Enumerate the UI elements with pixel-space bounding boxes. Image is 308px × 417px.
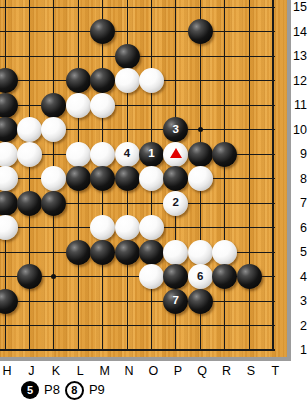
stone-black-o9: 1 (139, 142, 164, 167)
row-label-15: 15 (292, 0, 307, 15)
star-point-q10 (198, 127, 203, 132)
stone-white-p9 (163, 142, 188, 167)
column-label-l: L (72, 364, 88, 378)
grid-line-row-1 (0, 349, 275, 351)
stone-black-h12 (0, 68, 18, 93)
caption-coord: P9 (89, 381, 105, 399)
row-label-10: 10 (292, 122, 307, 138)
row-label-11: 11 (292, 97, 307, 113)
stone-black-l12 (66, 68, 91, 93)
row-label-1: 1 (292, 342, 307, 358)
stone-white-o12 (139, 68, 164, 93)
column-label-m: M (97, 364, 113, 378)
caption-black-stone-icon: 5 (21, 381, 39, 399)
stone-white-r5 (212, 240, 237, 265)
go-board[interactable]: 341267 (0, 0, 291, 361)
row-label-4: 4 (292, 269, 307, 285)
stone-black-n8 (115, 166, 140, 191)
stone-white-m11 (90, 93, 115, 118)
move-number: 6 (197, 270, 203, 282)
grid-line-col-s (249, 0, 250, 351)
grid-line-row-15 (0, 7, 275, 8)
stone-white-m6 (90, 215, 115, 240)
stone-white-l9 (66, 142, 91, 167)
stone-black-n5 (115, 240, 140, 265)
row-label-7: 7 (292, 195, 307, 211)
row-label-8: 8 (292, 171, 307, 187)
stone-white-q5 (188, 240, 213, 265)
row-label-13: 13 (292, 48, 307, 64)
column-label-p: P (170, 364, 186, 378)
stone-black-p10: 3 (163, 117, 188, 142)
star-point-k4 (51, 274, 56, 279)
move-number: 1 (148, 148, 154, 160)
stone-black-l5 (66, 240, 91, 265)
grid-line-row-2 (0, 325, 275, 326)
stone-white-o6 (139, 215, 164, 240)
stone-black-n13 (115, 44, 140, 69)
stone-white-h8 (0, 166, 18, 191)
stone-black-j4 (17, 264, 42, 289)
row-label-9: 9 (292, 146, 307, 162)
stone-white-n6 (115, 215, 140, 240)
stone-black-h3 (0, 289, 18, 314)
grid-line-col-j (29, 0, 30, 351)
stone-white-o4 (139, 264, 164, 289)
grid-line-row-3 (0, 301, 275, 302)
stone-black-h10 (0, 117, 18, 142)
stone-white-p7: 2 (163, 191, 188, 216)
stone-black-m12 (90, 68, 115, 93)
stone-white-o8 (139, 166, 164, 191)
caption-move-number: 8 (71, 385, 77, 396)
stone-black-h7 (0, 191, 18, 216)
row-label-2: 2 (292, 318, 307, 334)
caption-white-stone-icon: 8 (65, 381, 84, 400)
triangle-marker-icon (170, 148, 182, 158)
column-label-k: K (48, 364, 64, 378)
stone-white-p5 (163, 240, 188, 265)
stone-black-m14 (90, 19, 115, 44)
stone-black-r4 (212, 264, 237, 289)
grid-line-row-14 (0, 31, 275, 32)
grid-line-col-r (224, 0, 225, 351)
row-label-3: 3 (292, 293, 307, 309)
caption-move-number: 5 (27, 385, 33, 396)
stone-black-l8 (66, 166, 91, 191)
stone-white-k10 (41, 117, 66, 142)
stone-white-n9: 4 (115, 142, 140, 167)
column-label-j: J (23, 364, 39, 378)
move-number: 4 (124, 148, 130, 160)
stone-black-q14 (188, 19, 213, 44)
stone-white-h9 (0, 142, 18, 167)
stone-white-k8 (41, 166, 66, 191)
stone-white-h6 (0, 215, 18, 240)
column-label-h: H (0, 364, 15, 378)
stone-black-h11 (0, 93, 18, 118)
stone-black-s4 (237, 264, 262, 289)
move-number: 7 (173, 295, 179, 307)
stone-white-m9 (90, 142, 115, 167)
stone-black-r9 (212, 142, 237, 167)
column-label-t: T (267, 364, 283, 378)
row-labels: 151413121110987654321 (291, 0, 308, 361)
row-label-14: 14 (292, 24, 307, 40)
stone-white-n12 (115, 68, 140, 93)
row-label-5: 5 (292, 244, 307, 260)
row-label-12: 12 (292, 73, 307, 89)
column-label-s: S (243, 364, 259, 378)
stone-black-p4 (163, 264, 188, 289)
stone-white-q4: 6 (188, 264, 213, 289)
column-label-n: N (121, 364, 137, 378)
stone-black-m8 (90, 166, 115, 191)
stone-black-p3: 7 (163, 289, 188, 314)
column-label-q: Q (194, 364, 210, 378)
stone-black-j7 (17, 191, 42, 216)
stone-black-m5 (90, 240, 115, 265)
stone-black-k7 (41, 191, 66, 216)
column-labels: HJKLMNOPQRST (0, 361, 291, 380)
caption-coord: P8 (44, 381, 60, 399)
grid-line-col-t (272, 0, 274, 351)
stone-white-l11 (66, 93, 91, 118)
stone-black-p8 (163, 166, 188, 191)
column-label-o: O (145, 364, 161, 378)
move-number: 2 (173, 197, 179, 209)
stone-white-j9 (17, 142, 42, 167)
stone-white-q8 (188, 166, 213, 191)
stone-black-q9 (188, 142, 213, 167)
stone-black-o5 (139, 240, 164, 265)
row-label-6: 6 (292, 220, 307, 236)
stone-black-k11 (41, 93, 66, 118)
column-label-r: R (219, 364, 235, 378)
stone-white-j10 (17, 117, 42, 142)
go-diagram: 341267 151413121110987654321 HJKLMNOPQRS… (0, 0, 308, 417)
stone-black-q3 (188, 289, 213, 314)
caption: 5 P8 8 P9 (21, 380, 105, 400)
move-number: 3 (173, 123, 179, 135)
